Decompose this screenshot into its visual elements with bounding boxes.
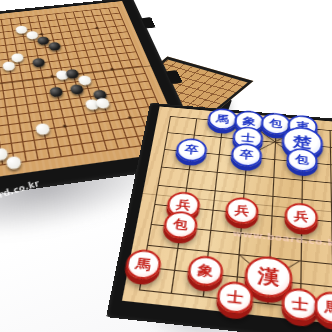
star-point bbox=[95, 27, 99, 29]
janggi-board: www.board.co.kr 馬象包車士楚卒卒包兵兵兵包馬象漢士士馬車 bbox=[122, 106, 332, 332]
product-photo-scene: www.board.co.kr 馬象包車士楚卒卒包兵兵兵包馬象漢士士馬車 rd.… bbox=[0, 0, 332, 332]
go-stone-white[interactable] bbox=[6, 156, 22, 170]
case-clasp bbox=[141, 17, 156, 28]
